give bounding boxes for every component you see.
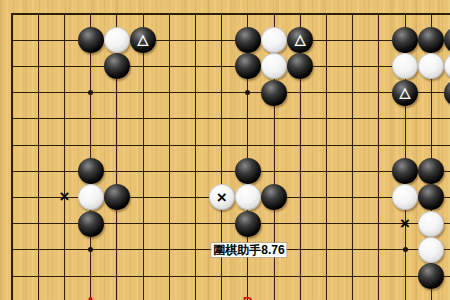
grid-vline <box>326 13 327 300</box>
stone-black[interactable] <box>418 184 444 210</box>
cross-mark: × <box>217 189 227 206</box>
stone-black[interactable]: △ <box>287 27 313 53</box>
stone-white[interactable] <box>104 27 130 53</box>
stone-black[interactable] <box>418 263 444 289</box>
stone-white[interactable] <box>418 53 444 79</box>
grid-hline <box>11 13 450 15</box>
stone-black[interactable] <box>235 211 261 237</box>
grid-hline <box>11 276 450 277</box>
app-watermark: 圍棋助手8.76 <box>211 243 286 257</box>
stone-white[interactable] <box>392 53 418 79</box>
triangle-mark: △ <box>138 32 149 46</box>
stone-black[interactable] <box>78 27 104 53</box>
grid-vline <box>352 13 353 300</box>
grid-hline <box>11 92 450 93</box>
grid-vline <box>169 13 170 300</box>
grid-hline <box>11 40 450 41</box>
grid-hline <box>11 145 450 146</box>
grid-vline <box>38 13 39 300</box>
star-point <box>88 247 93 252</box>
stone-black[interactable] <box>261 80 287 106</box>
stone-black[interactable]: △ <box>130 27 156 53</box>
stone-black[interactable] <box>78 158 104 184</box>
grid-vline <box>195 13 196 300</box>
candidate-move-label-A[interactable]: A <box>86 295 96 300</box>
stone-black[interactable] <box>235 158 261 184</box>
stone-black[interactable] <box>287 53 313 79</box>
candidate-move-label-B[interactable]: B <box>243 295 253 300</box>
stone-white[interactable] <box>418 211 444 237</box>
stone-black[interactable] <box>104 184 130 210</box>
stone-black[interactable] <box>235 27 261 53</box>
go-board[interactable]: △△△× ×× AB 圍棋助手8.76 <box>0 0 450 300</box>
stone-white[interactable] <box>444 53 450 79</box>
stone-white[interactable] <box>392 184 418 210</box>
grid-hline <box>11 171 450 172</box>
star-point <box>245 90 250 95</box>
stone-white[interactable] <box>261 53 287 79</box>
stone-black[interactable]: △ <box>392 80 418 106</box>
stone-white[interactable] <box>261 27 287 53</box>
stone-black[interactable] <box>261 184 287 210</box>
star-point <box>88 90 93 95</box>
stone-black[interactable] <box>78 211 104 237</box>
triangle-mark: △ <box>295 32 306 46</box>
stone-black[interactable] <box>444 27 450 53</box>
stone-black[interactable] <box>392 158 418 184</box>
cross-mark: × <box>400 215 410 232</box>
stone-black[interactable] <box>104 53 130 79</box>
stone-white[interactable] <box>78 184 104 210</box>
stone-white[interactable] <box>418 237 444 263</box>
grid-vline <box>378 13 379 300</box>
stone-black[interactable] <box>392 27 418 53</box>
grid-vline <box>64 13 65 300</box>
grid-hline <box>11 66 450 67</box>
cross-mark: × <box>59 189 69 206</box>
stone-white[interactable]: × <box>209 184 235 210</box>
triangle-mark: △ <box>400 85 411 99</box>
grid-hline <box>11 223 450 224</box>
star-point <box>403 247 408 252</box>
grid-hline <box>11 118 450 119</box>
stone-black[interactable] <box>444 80 450 106</box>
grid-vline <box>143 13 144 300</box>
grid-vline <box>11 13 13 300</box>
stone-white[interactable] <box>235 184 261 210</box>
stone-black[interactable] <box>418 27 444 53</box>
grid-vline <box>90 13 91 300</box>
stone-black[interactable] <box>418 158 444 184</box>
stone-black[interactable] <box>235 53 261 79</box>
